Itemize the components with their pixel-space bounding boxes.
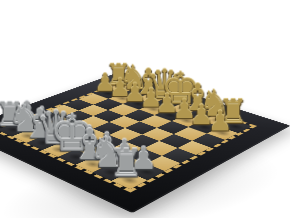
square-e2: ♟ <box>76 142 110 157</box>
black-knight: ♞ <box>193 85 236 121</box>
piece-shadow <box>225 122 246 130</box>
square-f2: ♟ <box>93 149 128 164</box>
square-c1: ♝ <box>26 136 59 150</box>
square-f3 <box>110 141 144 156</box>
piece-shadow <box>32 138 54 147</box>
white-rook: ♜ <box>0 98 32 131</box>
piece-shadow <box>212 129 234 138</box>
piece-shadow <box>64 152 87 162</box>
product-photo-scene: ♜♞♝♛♚♝♞♜♟♟♟♟♟♟♟♟♟♟♟♟♟♟♟♟♜♞♝♛♚♝♞♜ <box>0 0 290 218</box>
square-a4 <box>48 105 78 117</box>
piece-shadow <box>48 145 70 155</box>
piece-shadow <box>117 175 141 186</box>
white-pawn: ♟ <box>5 98 49 125</box>
piece-shadow <box>207 116 228 124</box>
